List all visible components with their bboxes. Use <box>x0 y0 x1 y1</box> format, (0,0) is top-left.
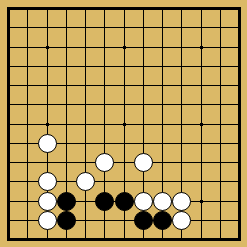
intersection[interactable] <box>192 115 211 134</box>
intersection[interactable] <box>230 95 247 114</box>
intersection[interactable] <box>153 95 172 114</box>
intersection[interactable] <box>115 192 134 211</box>
intersection[interactable] <box>153 192 172 211</box>
intersection[interactable] <box>38 134 57 153</box>
intersection[interactable] <box>172 192 191 211</box>
intersection[interactable] <box>57 172 76 191</box>
intersection[interactable] <box>57 153 76 172</box>
intersection[interactable] <box>134 115 153 134</box>
star-point <box>200 46 203 49</box>
white-stone <box>38 211 57 230</box>
intersection[interactable] <box>211 134 230 153</box>
intersection[interactable] <box>18 38 37 57</box>
intersection[interactable] <box>18 18 37 37</box>
intersection[interactable] <box>134 95 153 114</box>
intersection[interactable] <box>0 38 18 57</box>
intersection[interactable] <box>115 115 134 134</box>
intersection[interactable] <box>76 211 95 230</box>
intersection[interactable] <box>230 192 247 211</box>
intersection[interactable] <box>211 192 230 211</box>
intersection[interactable] <box>18 172 37 191</box>
white-stone <box>153 192 172 211</box>
star-point <box>200 123 203 126</box>
intersection[interactable] <box>134 57 153 76</box>
intersection[interactable] <box>115 172 134 191</box>
intersection[interactable] <box>115 76 134 95</box>
intersection[interactable] <box>192 38 211 57</box>
white-stone <box>172 192 191 211</box>
intersection[interactable] <box>95 0 114 18</box>
intersection[interactable] <box>230 115 247 134</box>
intersection[interactable] <box>0 0 18 18</box>
intersection[interactable] <box>153 172 172 191</box>
intersection[interactable] <box>115 134 134 153</box>
intersection[interactable] <box>172 95 191 114</box>
intersection[interactable] <box>211 211 230 230</box>
white-stone <box>172 211 191 230</box>
intersection[interactable] <box>153 76 172 95</box>
intersection[interactable] <box>76 76 95 95</box>
intersection[interactable] <box>18 95 37 114</box>
intersection[interactable] <box>76 57 95 76</box>
intersection[interactable] <box>153 115 172 134</box>
intersection[interactable] <box>38 172 57 191</box>
star-point <box>46 123 49 126</box>
intersection[interactable] <box>115 153 134 172</box>
intersection[interactable] <box>192 76 211 95</box>
intersection[interactable] <box>95 38 114 57</box>
intersection[interactable] <box>57 57 76 76</box>
intersection[interactable] <box>115 211 134 230</box>
intersection[interactable] <box>18 230 37 247</box>
intersection[interactable] <box>0 18 18 37</box>
black-stone <box>153 211 172 230</box>
black-stone <box>95 192 114 211</box>
intersection[interactable] <box>172 172 191 191</box>
intersection[interactable] <box>0 211 18 230</box>
intersection[interactable] <box>0 172 18 191</box>
intersection[interactable] <box>38 18 57 37</box>
white-stone <box>134 153 153 172</box>
intersection[interactable] <box>172 57 191 76</box>
white-stone <box>38 192 57 211</box>
star-point <box>123 46 126 49</box>
intersection[interactable] <box>172 18 191 37</box>
intersection[interactable] <box>76 0 95 18</box>
intersection[interactable] <box>0 192 18 211</box>
intersection[interactable] <box>211 38 230 57</box>
intersection[interactable] <box>230 18 247 37</box>
intersection[interactable] <box>18 0 37 18</box>
intersection[interactable] <box>230 134 247 153</box>
intersection[interactable] <box>230 211 247 230</box>
intersection[interactable] <box>230 172 247 191</box>
black-stone <box>134 211 153 230</box>
intersection[interactable] <box>76 134 95 153</box>
intersection[interactable] <box>230 230 247 247</box>
intersection[interactable] <box>192 153 211 172</box>
intersection[interactable] <box>38 76 57 95</box>
intersection[interactable] <box>0 115 18 134</box>
white-stone <box>95 153 114 172</box>
intersection[interactable] <box>57 95 76 114</box>
intersection[interactable] <box>0 95 18 114</box>
intersection[interactable] <box>57 18 76 37</box>
intersection[interactable] <box>38 192 57 211</box>
intersection[interactable] <box>0 57 18 76</box>
intersection[interactable] <box>192 134 211 153</box>
intersection[interactable] <box>57 115 76 134</box>
intersection[interactable] <box>211 0 230 18</box>
intersection[interactable] <box>38 211 57 230</box>
intersection[interactable] <box>18 134 37 153</box>
intersection[interactable] <box>95 230 114 247</box>
intersection[interactable] <box>76 192 95 211</box>
intersection[interactable] <box>172 0 191 18</box>
intersection[interactable] <box>192 172 211 191</box>
intersection[interactable] <box>57 192 76 211</box>
intersection[interactable] <box>134 153 153 172</box>
intersection[interactable] <box>192 57 211 76</box>
intersection[interactable] <box>211 95 230 114</box>
intersection[interactable] <box>172 134 191 153</box>
intersection[interactable] <box>153 211 172 230</box>
intersection[interactable] <box>38 153 57 172</box>
intersection[interactable] <box>38 38 57 57</box>
white-stone <box>38 172 57 191</box>
intersection[interactable] <box>153 153 172 172</box>
intersection[interactable] <box>211 115 230 134</box>
intersection[interactable] <box>115 230 134 247</box>
intersection[interactable] <box>57 0 76 18</box>
intersection[interactable] <box>230 0 247 18</box>
intersection[interactable] <box>95 192 114 211</box>
intersection[interactable] <box>38 115 57 134</box>
intersection[interactable] <box>134 172 153 191</box>
intersection[interactable] <box>172 115 191 134</box>
intersection[interactable] <box>134 18 153 37</box>
intersection[interactable] <box>57 76 76 95</box>
star-point <box>200 200 203 203</box>
intersection[interactable] <box>211 57 230 76</box>
intersection[interactable] <box>153 57 172 76</box>
intersection[interactable] <box>95 18 114 37</box>
intersection[interactable] <box>95 57 114 76</box>
intersection[interactable] <box>76 172 95 191</box>
intersection[interactable] <box>153 38 172 57</box>
intersection[interactable] <box>76 38 95 57</box>
intersection[interactable] <box>172 230 191 247</box>
intersection[interactable] <box>0 153 18 172</box>
intersection[interactable] <box>38 230 57 247</box>
intersection[interactable] <box>153 18 172 37</box>
intersection[interactable] <box>153 134 172 153</box>
intersection[interactable] <box>172 38 191 57</box>
intersection[interactable] <box>18 57 37 76</box>
intersection[interactable] <box>172 76 191 95</box>
intersection[interactable] <box>192 230 211 247</box>
intersection[interactable] <box>0 76 18 95</box>
black-stone <box>115 192 134 211</box>
intersection[interactable] <box>57 230 76 247</box>
star-point <box>123 123 126 126</box>
intersection[interactable] <box>115 57 134 76</box>
intersection[interactable] <box>115 38 134 57</box>
intersection[interactable] <box>153 0 172 18</box>
intersection[interactable] <box>211 172 230 191</box>
intersection[interactable] <box>230 57 247 76</box>
intersection[interactable] <box>95 134 114 153</box>
star-point <box>46 46 49 49</box>
intersection[interactable] <box>211 230 230 247</box>
intersection[interactable] <box>57 134 76 153</box>
black-stone <box>57 192 76 211</box>
white-stone <box>38 134 57 153</box>
intersection[interactable] <box>18 76 37 95</box>
intersection[interactable] <box>95 211 114 230</box>
intersection[interactable] <box>134 192 153 211</box>
intersection[interactable] <box>95 172 114 191</box>
intersection[interactable] <box>76 153 95 172</box>
intersection[interactable] <box>38 95 57 114</box>
intersection[interactable] <box>18 211 37 230</box>
intersection[interactable] <box>95 95 114 114</box>
intersection[interactable] <box>192 18 211 37</box>
intersection[interactable] <box>18 192 37 211</box>
intersection[interactable] <box>211 18 230 37</box>
intersection[interactable] <box>76 115 95 134</box>
intersection[interactable] <box>172 153 191 172</box>
intersection[interactable] <box>192 95 211 114</box>
intersection[interactable] <box>0 230 18 247</box>
intersection[interactable] <box>115 0 134 18</box>
go-board-grid <box>0 0 247 247</box>
intersection[interactable] <box>192 0 211 18</box>
intersection[interactable] <box>211 153 230 172</box>
intersection[interactable] <box>57 38 76 57</box>
intersection[interactable] <box>230 76 247 95</box>
go-board-diagram <box>0 0 247 247</box>
intersection[interactable] <box>115 95 134 114</box>
intersection[interactable] <box>76 18 95 37</box>
intersection[interactable] <box>38 57 57 76</box>
intersection[interactable] <box>230 38 247 57</box>
intersection[interactable] <box>115 18 134 37</box>
intersection[interactable] <box>211 76 230 95</box>
intersection[interactable] <box>134 211 153 230</box>
intersection[interactable] <box>134 230 153 247</box>
intersection[interactable] <box>18 115 37 134</box>
intersection[interactable] <box>95 115 114 134</box>
intersection[interactable] <box>134 38 153 57</box>
intersection[interactable] <box>76 95 95 114</box>
intersection[interactable] <box>230 153 247 172</box>
white-stone <box>134 192 153 211</box>
intersection[interactable] <box>134 76 153 95</box>
intersection[interactable] <box>192 211 211 230</box>
intersection[interactable] <box>38 0 57 18</box>
intersection[interactable] <box>0 134 18 153</box>
intersection[interactable] <box>192 192 211 211</box>
intersection[interactable] <box>134 134 153 153</box>
white-stone <box>76 172 95 191</box>
intersection[interactable] <box>134 0 153 18</box>
intersection[interactable] <box>95 76 114 95</box>
black-stone <box>57 211 76 230</box>
intersection[interactable] <box>172 211 191 230</box>
intersection[interactable] <box>18 153 37 172</box>
intersection[interactable] <box>153 230 172 247</box>
intersection[interactable] <box>95 153 114 172</box>
intersection[interactable] <box>57 211 76 230</box>
intersection[interactable] <box>76 230 95 247</box>
